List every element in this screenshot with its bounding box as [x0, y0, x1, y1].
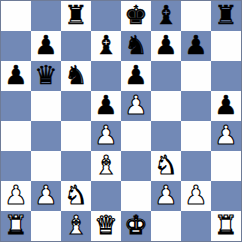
square-a3[interactable] — [1, 151, 31, 181]
square-d5[interactable]: ♟ — [91, 91, 121, 121]
square-d8[interactable] — [91, 1, 121, 31]
square-f6[interactable] — [151, 61, 181, 91]
square-c4[interactable] — [61, 121, 91, 151]
black-pawn[interactable]: ♟ — [124, 61, 147, 90]
white-bishop[interactable]: ♝ — [94, 151, 117, 180]
square-f4[interactable] — [151, 121, 181, 151]
white-pawn[interactable]: ♟ — [184, 181, 207, 210]
black-pawn[interactable]: ♟ — [154, 31, 177, 60]
square-b2[interactable]: ♟ — [31, 181, 61, 211]
square-d4[interactable]: ♟ — [91, 121, 121, 151]
square-d2[interactable] — [91, 181, 121, 211]
square-e8[interactable]: ♚ — [121, 1, 151, 31]
square-g7[interactable]: ♟ — [181, 31, 211, 61]
black-pawn[interactable]: ♟ — [4, 61, 27, 90]
square-b4[interactable] — [31, 121, 61, 151]
square-d1[interactable]: ♛ — [91, 211, 121, 241]
square-a6[interactable]: ♟ — [1, 61, 31, 91]
square-c8[interactable]: ♜ — [61, 1, 91, 31]
square-c1[interactable]: ♝ — [61, 211, 91, 241]
white-queen[interactable]: ♛ — [94, 211, 117, 240]
square-g4[interactable] — [181, 121, 211, 151]
square-e5[interactable]: ♟ — [121, 91, 151, 121]
square-c5[interactable] — [61, 91, 91, 121]
square-b6[interactable]: ♛ — [31, 61, 61, 91]
black-pawn[interactable]: ♟ — [34, 31, 57, 60]
square-h8[interactable]: ♜ — [211, 1, 241, 31]
chess-board-wrapper: ♜♚♝♜♟♝♞♟♟♟♛♞♟♟♟♟♟♟♝♞♟♟♞♟♟♜♝♛♚♜ — [0, 0, 242, 242]
square-a8[interactable] — [1, 1, 31, 31]
white-pawn[interactable]: ♟ — [124, 91, 147, 120]
black-pawn[interactable]: ♟ — [214, 91, 237, 120]
square-h1[interactable]: ♜ — [211, 211, 241, 241]
square-d3[interactable]: ♝ — [91, 151, 121, 181]
square-g3[interactable] — [181, 151, 211, 181]
square-c3[interactable] — [61, 151, 91, 181]
square-c7[interactable] — [61, 31, 91, 61]
white-pawn[interactable]: ♟ — [214, 121, 237, 150]
white-knight[interactable]: ♞ — [154, 151, 177, 180]
black-knight[interactable]: ♞ — [64, 61, 87, 90]
square-c2[interactable]: ♞ — [61, 181, 91, 211]
black-king[interactable]: ♚ — [124, 1, 147, 30]
square-e2[interactable] — [121, 181, 151, 211]
square-h5[interactable]: ♟ — [211, 91, 241, 121]
white-pawn[interactable]: ♟ — [34, 181, 57, 210]
square-a2[interactable]: ♟ — [1, 181, 31, 211]
square-b3[interactable] — [31, 151, 61, 181]
black-rook[interactable]: ♜ — [214, 1, 237, 30]
square-h2[interactable] — [211, 181, 241, 211]
black-queen[interactable]: ♛ — [34, 61, 57, 90]
square-b8[interactable] — [31, 1, 61, 31]
square-e3[interactable] — [121, 151, 151, 181]
square-e1[interactable]: ♚ — [121, 211, 151, 241]
white-rook[interactable]: ♜ — [214, 211, 237, 240]
square-f7[interactable]: ♟ — [151, 31, 181, 61]
square-h4[interactable]: ♟ — [211, 121, 241, 151]
white-rook[interactable]: ♜ — [4, 211, 27, 240]
square-e4[interactable] — [121, 121, 151, 151]
square-b5[interactable] — [31, 91, 61, 121]
white-bishop[interactable]: ♝ — [64, 211, 87, 240]
square-b7[interactable]: ♟ — [31, 31, 61, 61]
square-f3[interactable]: ♞ — [151, 151, 181, 181]
square-g5[interactable] — [181, 91, 211, 121]
square-d6[interactable] — [91, 61, 121, 91]
black-bishop[interactable]: ♝ — [94, 31, 117, 60]
square-a7[interactable] — [1, 31, 31, 61]
square-h7[interactable] — [211, 31, 241, 61]
black-bishop[interactable]: ♝ — [154, 1, 177, 30]
square-h6[interactable] — [211, 61, 241, 91]
square-h3[interactable] — [211, 151, 241, 181]
black-pawn[interactable]: ♟ — [94, 91, 117, 120]
square-c6[interactable]: ♞ — [61, 61, 91, 91]
square-f5[interactable] — [151, 91, 181, 121]
square-g2[interactable]: ♟ — [181, 181, 211, 211]
chess-board: ♜♚♝♜♟♝♞♟♟♟♛♞♟♟♟♟♟♟♝♞♟♟♞♟♟♜♝♛♚♜ — [0, 0, 242, 242]
black-knight[interactable]: ♞ — [124, 31, 147, 60]
square-a1[interactable]: ♜ — [1, 211, 31, 241]
black-rook[interactable]: ♜ — [64, 1, 87, 30]
square-e7[interactable]: ♞ — [121, 31, 151, 61]
square-g6[interactable] — [181, 61, 211, 91]
white-pawn[interactable]: ♟ — [154, 181, 177, 210]
white-pawn[interactable]: ♟ — [94, 121, 117, 150]
white-king[interactable]: ♚ — [124, 211, 147, 240]
black-pawn[interactable]: ♟ — [184, 31, 207, 60]
square-e6[interactable]: ♟ — [121, 61, 151, 91]
square-b1[interactable] — [31, 211, 61, 241]
white-knight[interactable]: ♞ — [64, 181, 87, 210]
white-pawn[interactable]: ♟ — [4, 181, 27, 210]
square-a5[interactable] — [1, 91, 31, 121]
square-f1[interactable] — [151, 211, 181, 241]
square-f8[interactable]: ♝ — [151, 1, 181, 31]
square-a4[interactable] — [1, 121, 31, 151]
square-d7[interactable]: ♝ — [91, 31, 121, 61]
square-g1[interactable] — [181, 211, 211, 241]
square-g8[interactable] — [181, 1, 211, 31]
square-f2[interactable]: ♟ — [151, 181, 181, 211]
